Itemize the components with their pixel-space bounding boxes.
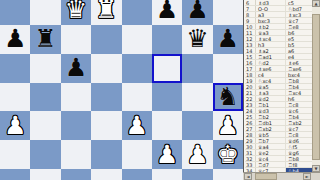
- chess-board: ♛♜♟♟♟♜♛♟♟♞♟♟♟♟♟♚: [0, 0, 243, 180]
- white-move[interactable]: ♘xc4: [256, 78, 286, 83]
- white-move[interactable]: ♖b2: [256, 114, 286, 119]
- square-c4[interactable]: [61, 83, 91, 112]
- square-c7[interactable]: ♛: [61, 0, 91, 25]
- black-move[interactable]: ♕g6: [286, 150, 313, 155]
- square-d3[interactable]: [91, 111, 121, 140]
- black-piece-h6: ♟: [217, 25, 239, 53]
- square-g2[interactable]: ♟: [182, 140, 212, 169]
- square-d7[interactable]: ♜: [91, 0, 121, 25]
- move-number: 27: [245, 126, 256, 131]
- square-h2[interactable]: ♚: [213, 140, 243, 169]
- white-move[interactable]: ♖d7: [256, 162, 286, 167]
- white-move[interactable]: ♕b5: [256, 132, 286, 137]
- move-number: 24: [245, 108, 256, 113]
- move-number: 33: [245, 162, 256, 167]
- square-d6[interactable]: [91, 25, 121, 54]
- square-e5[interactable]: [122, 54, 152, 83]
- square-h6[interactable]: ♟: [213, 25, 243, 54]
- move-number: 23: [245, 102, 256, 107]
- black-move[interactable]: b6: [286, 30, 313, 35]
- square-c2[interactable]: [61, 140, 91, 169]
- square-f6[interactable]: [152, 25, 182, 54]
- white-move[interactable]: ♖db1: [256, 120, 286, 125]
- square-g5[interactable]: [182, 54, 212, 83]
- white-move[interactable]: ♕c4: [256, 156, 286, 161]
- white-piece-a3: ♟: [4, 112, 26, 140]
- black-piece-f7: ♟: [156, 0, 178, 24]
- square-a5[interactable]: [0, 54, 30, 83]
- square-a1[interactable]: [0, 169, 30, 180]
- move-number: 21: [245, 90, 256, 95]
- move-number: 26: [245, 120, 256, 125]
- white-piece-h2: ♚: [217, 141, 239, 169]
- square-c6[interactable]: [61, 25, 91, 54]
- black-move[interactable]: ♗xc3: [286, 12, 313, 17]
- black-piece-h4: ♞: [217, 83, 239, 111]
- move-number: 9: [245, 18, 256, 23]
- square-f7[interactable]: ♟: [152, 0, 182, 25]
- move-list-panel: 6♗d3c57O-O♘bd78a3♗xc39bxc3♕c710♗b2♖e811♕…: [243, 0, 320, 180]
- white-move[interactable]: ♖xb2: [256, 126, 286, 131]
- square-b3[interactable]: [30, 111, 60, 140]
- square-c3[interactable]: [61, 111, 91, 140]
- move-number: 18: [245, 72, 256, 77]
- square-g1[interactable]: [182, 169, 212, 180]
- white-move[interactable]: a3: [256, 12, 286, 17]
- black-move[interactable]: ♕c6: [286, 108, 313, 113]
- square-f5[interactable]: [152, 54, 182, 83]
- square-b4[interactable]: [30, 83, 60, 112]
- black-move[interactable]: h6: [286, 96, 313, 101]
- white-move[interactable]: ♗xc4: [256, 36, 286, 41]
- move-number: 14: [245, 48, 256, 53]
- white-move[interactable]: ♕a5: [256, 84, 286, 89]
- move-number: 29: [245, 138, 256, 143]
- scroll-right-arrow-icon[interactable]: ►: [303, 173, 311, 180]
- move-number: 19: [245, 78, 256, 83]
- white-move[interactable]: h3: [256, 42, 286, 47]
- white-move[interactable]: ♖ad1: [256, 54, 286, 59]
- black-move[interactable]: ♗e6: [286, 60, 313, 65]
- square-g7[interactable]: ♟: [182, 0, 212, 25]
- white-move[interactable]: ♕e2: [256, 150, 286, 155]
- black-move[interactable]: ♖e8: [286, 24, 313, 29]
- white-move[interactable]: bxc3: [256, 18, 286, 23]
- square-h4[interactable]: ♞: [213, 83, 243, 112]
- square-e7[interactable]: [122, 0, 152, 25]
- move-number: 7: [245, 6, 256, 11]
- black-move[interactable]: ♘bd7: [286, 6, 313, 11]
- square-c5[interactable]: ♟: [61, 54, 91, 83]
- square-f1[interactable]: [152, 169, 182, 180]
- black-move[interactable]: ♖b4: [286, 114, 313, 119]
- black-move[interactable]: ♖b8: [286, 78, 313, 83]
- square-e4[interactable]: [122, 83, 152, 112]
- white-move[interactable]: c4: [256, 72, 286, 77]
- square-d2[interactable]: [91, 140, 121, 169]
- move-number: 11: [245, 30, 256, 35]
- black-move[interactable]: ♖xb2: [286, 120, 313, 125]
- white-move[interactable]: ♗b2: [256, 24, 286, 29]
- white-piece-e3: ♟: [125, 112, 147, 140]
- black-piece-g6: ♛: [186, 25, 208, 53]
- white-move[interactable]: ♗a2: [256, 48, 286, 53]
- square-h1[interactable]: [213, 169, 243, 180]
- square-e2[interactable]: [122, 140, 152, 169]
- white-move[interactable]: ♕a3: [256, 30, 286, 35]
- black-move[interactable]: ♖c8: [286, 132, 313, 137]
- black-move[interactable]: ♖xc4: [286, 90, 313, 95]
- square-h3[interactable]: ♟: [213, 111, 243, 140]
- move-number: 31: [245, 150, 256, 155]
- move-number: 16: [245, 60, 256, 65]
- square-a4[interactable]: [0, 83, 30, 112]
- black-move[interactable]: ♕c7: [286, 18, 313, 23]
- white-move[interactable]: ♕d3: [256, 108, 286, 113]
- move-number: 17: [245, 66, 256, 71]
- horizontal-scrollbar[interactable]: ◄ ►: [243, 172, 320, 180]
- move-number: 12: [245, 36, 256, 41]
- square-b1[interactable]: [30, 169, 60, 180]
- white-piece-h3: ♟: [217, 112, 239, 140]
- square-e6[interactable]: [122, 25, 152, 54]
- white-move[interactable]: O-O: [256, 6, 286, 11]
- black-move[interactable]: e4: [286, 54, 313, 59]
- white-move[interactable]: ♗a3: [256, 90, 286, 95]
- white-move[interactable]: ♕a4: [256, 144, 286, 149]
- white-move[interactable]: ♗xe6: [256, 66, 286, 71]
- square-a6[interactable]: ♟: [0, 25, 30, 54]
- white-move[interactable]: ♘d2: [256, 60, 286, 65]
- move-number: 13: [245, 42, 256, 47]
- white-piece-g2: ♟: [186, 141, 208, 169]
- black-move[interactable]: e5: [286, 36, 313, 41]
- square-g3[interactable]: [182, 111, 212, 140]
- white-piece-c7: ♛: [65, 0, 87, 24]
- black-move[interactable]: b5: [286, 42, 313, 47]
- scroll-left-arrow-icon[interactable]: ◄: [244, 173, 252, 180]
- square-b6[interactable]: ♜: [30, 25, 60, 54]
- black-move[interactable]: ♕d6: [286, 138, 313, 143]
- black-move[interactable]: a6: [286, 48, 313, 53]
- square-e1[interactable]: [122, 169, 152, 180]
- square-d4[interactable]: [91, 83, 121, 112]
- square-g6[interactable]: ♛: [182, 25, 212, 54]
- square-b5[interactable]: [30, 54, 60, 83]
- move-number: 6: [245, 0, 256, 5]
- vertical-scrollbar[interactable]: ▲ ▼: [312, 0, 320, 172]
- black-move[interactable]: c5: [286, 0, 313, 5]
- vertical-scrollbar-thumb[interactable]: [312, 14, 320, 160]
- scroll-up-arrow-icon[interactable]: ▲: [312, 0, 320, 7]
- scroll-down-arrow-icon[interactable]: ▼: [312, 165, 320, 172]
- square-d1[interactable]: [91, 169, 121, 180]
- square-a2[interactable]: [0, 140, 30, 169]
- black-move[interactable]: ♖xe6: [286, 66, 313, 71]
- square-a3[interactable]: ♟: [0, 111, 30, 140]
- square-c1[interactable]: [61, 169, 91, 180]
- chess-app-window: ♛♜♟♟♟♜♛♟♟♞♟♟♟♟♟♚ 6♗d3c57O-O♘bd78a3♗xc39b…: [0, 0, 320, 180]
- horizontal-scrollbar-thumb[interactable]: [255, 173, 277, 180]
- white-move[interactable]: ♖b7: [256, 138, 286, 143]
- move-number: 25: [245, 114, 256, 119]
- move-number: 28: [245, 132, 256, 137]
- white-move[interactable]: ♗d3: [256, 0, 286, 5]
- move-number: 22: [245, 96, 256, 101]
- square-g4[interactable]: [182, 83, 212, 112]
- move-number: 15: [245, 54, 256, 59]
- square-f4[interactable]: [152, 83, 182, 112]
- black-piece-g7: ♟: [186, 0, 208, 24]
- square-h7[interactable]: [213, 0, 243, 25]
- black-move[interactable]: ♖b4: [286, 84, 313, 89]
- square-h5[interactable]: [213, 54, 243, 83]
- square-f3[interactable]: [152, 111, 182, 140]
- white-move[interactable]: ♕d2: [256, 96, 286, 101]
- square-a7[interactable]: [0, 0, 30, 25]
- black-move[interactable]: bxc4: [286, 72, 313, 77]
- white-piece-f2: ♟: [156, 141, 178, 169]
- black-move[interactable]: ♖b8: [286, 156, 313, 161]
- square-b7[interactable]: [30, 0, 60, 25]
- square-e3[interactable]: ♟: [122, 111, 152, 140]
- white-move[interactable]: ♖b1: [256, 102, 286, 107]
- square-b2[interactable]: [30, 140, 60, 169]
- move-number: 30: [245, 144, 256, 149]
- move-number: 20: [245, 84, 256, 89]
- black-move[interactable]: ♕c7: [286, 126, 313, 131]
- black-move[interactable]: ♖c8: [286, 102, 313, 107]
- black-piece-c5: ♟: [65, 54, 87, 82]
- move-number: 8: [245, 12, 256, 17]
- square-f2[interactable]: ♟: [152, 140, 182, 169]
- black-move[interactable]: ♘f5: [286, 144, 313, 149]
- square-d5[interactable]: [91, 54, 121, 83]
- move-list[interactable]: 6♗d3c57O-O♘bd78a3♗xc39bxc3♕c710♗b2♖e811♕…: [245, 0, 313, 174]
- white-piece-d7: ♜: [95, 0, 117, 24]
- move-number: 10: [245, 24, 256, 29]
- black-move[interactable]: ♖f8: [286, 162, 313, 167]
- move-number: 32: [245, 156, 256, 161]
- black-piece-b6: ♜: [34, 25, 56, 53]
- black-piece-a6: ♟: [4, 25, 26, 53]
